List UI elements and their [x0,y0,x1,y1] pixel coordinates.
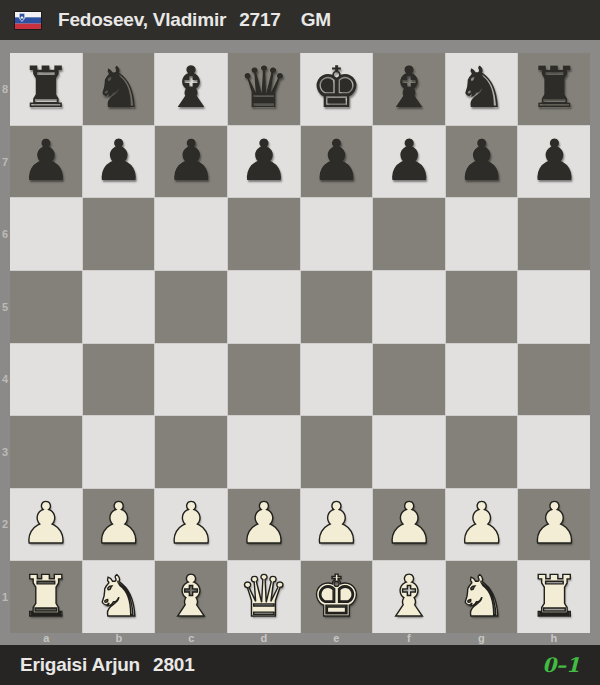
square-e7[interactable]: ♟ [301,126,373,198]
square-a2[interactable]: ♟ [10,489,82,561]
top-player-bar: Fedoseev, Vladimir 2717 GM [0,0,600,40]
file-label-f: f [373,633,446,645]
piece-black-pawn[interactable]: ♟ [456,132,507,189]
piece-white-pawn[interactable]: ♟ [93,495,144,552]
bottom-player-name: Erigaisi Arjun [20,654,140,676]
square-a8[interactable]: ♜ [10,53,82,125]
piece-white-pawn[interactable]: ♟ [311,495,362,552]
piece-white-knight[interactable]: ♞ [456,568,507,625]
square-g2[interactable]: ♟ [446,489,518,561]
square-f1[interactable]: ♝ [373,561,445,633]
square-g7[interactable]: ♟ [446,126,518,198]
file-label-c: c [155,633,228,645]
piece-white-bishop[interactable]: ♝ [166,568,217,625]
slovenia-flag-icon [14,11,42,30]
file-label-b: b [83,633,156,645]
rank-label-8: 8 [0,53,10,126]
chess-board-frame: 87654321 ♜♞♝♛♚♝♞♜♟♟♟♟♟♟♟♟♟♟♟♟♟♟♟♟♜♞♝♛♚♝♞… [0,40,600,645]
file-label-a: a [10,633,83,645]
square-e5[interactable] [301,271,373,343]
rank-labels: 87654321 [0,53,10,633]
square-d6[interactable] [228,198,300,270]
square-d3[interactable] [228,416,300,488]
square-b7[interactable]: ♟ [83,126,155,198]
piece-white-pawn[interactable]: ♟ [456,495,507,552]
piece-white-pawn[interactable]: ♟ [383,495,434,552]
square-b8[interactable]: ♞ [83,53,155,125]
piece-black-pawn[interactable]: ♟ [383,132,434,189]
rank-label-4: 4 [0,343,10,416]
square-b2[interactable]: ♟ [83,489,155,561]
square-f6[interactable] [373,198,445,270]
piece-white-rook[interactable]: ♜ [529,568,580,625]
piece-black-pawn[interactable]: ♟ [311,132,362,189]
piece-black-pawn[interactable]: ♟ [93,132,144,189]
square-a4[interactable] [10,344,82,416]
square-c1[interactable]: ♝ [155,561,227,633]
square-a3[interactable] [10,416,82,488]
square-g3[interactable] [446,416,518,488]
file-label-e: e [300,633,373,645]
bottom-player-rating: 2801 [153,654,194,676]
square-c6[interactable] [155,198,227,270]
piece-black-pawn[interactable]: ♟ [238,132,289,189]
piece-white-queen[interactable]: ♛ [238,568,289,625]
square-h5[interactable] [518,271,590,343]
square-b3[interactable] [83,416,155,488]
square-h4[interactable] [518,344,590,416]
square-e1[interactable]: ♚ [301,561,373,633]
square-f5[interactable] [373,271,445,343]
square-b5[interactable] [83,271,155,343]
piece-black-pawn[interactable]: ♟ [529,132,580,189]
square-b1[interactable]: ♞ [83,561,155,633]
piece-black-rook[interactable]: ♜ [529,59,580,116]
rank-label-2: 2 [0,488,10,561]
square-h8[interactable]: ♜ [518,53,590,125]
square-f2[interactable]: ♟ [373,489,445,561]
square-e2[interactable]: ♟ [301,489,373,561]
top-player-rating: 2717 [239,9,280,31]
piece-black-bishop[interactable]: ♝ [383,59,434,116]
square-b6[interactable] [83,198,155,270]
square-d7[interactable]: ♟ [228,126,300,198]
rank-label-7: 7 [0,126,10,199]
rank-label-3: 3 [0,416,10,489]
square-d2[interactable]: ♟ [228,489,300,561]
square-c4[interactable] [155,344,227,416]
file-labels: abcdefgh [10,633,590,645]
piece-black-knight[interactable]: ♞ [93,59,144,116]
top-player-name: Fedoseev, Vladimir [58,9,226,31]
file-label-h: h [518,633,591,645]
square-d5[interactable] [228,271,300,343]
square-e3[interactable] [301,416,373,488]
square-g4[interactable] [446,344,518,416]
piece-white-pawn[interactable]: ♟ [20,495,71,552]
square-e8[interactable]: ♚ [301,53,373,125]
square-e4[interactable] [301,344,373,416]
piece-white-bishop[interactable]: ♝ [383,568,434,625]
square-a5[interactable] [10,271,82,343]
square-c5[interactable] [155,271,227,343]
piece-white-king[interactable]: ♚ [311,568,362,625]
chess-board: ♜♞♝♛♚♝♞♜♟♟♟♟♟♟♟♟♟♟♟♟♟♟♟♟♜♞♝♛♚♝♞♜ [10,53,590,633]
square-g1[interactable]: ♞ [446,561,518,633]
square-f8[interactable]: ♝ [373,53,445,125]
piece-white-pawn[interactable]: ♟ [238,495,289,552]
square-a7[interactable]: ♟ [10,126,82,198]
square-a1[interactable]: ♜ [10,561,82,633]
piece-black-pawn[interactable]: ♟ [20,132,71,189]
square-d4[interactable] [228,344,300,416]
file-label-g: g [445,633,518,645]
square-g5[interactable] [446,271,518,343]
game-result: 0–1 [542,653,580,677]
square-f4[interactable] [373,344,445,416]
square-h7[interactable]: ♟ [518,126,590,198]
piece-black-bishop[interactable]: ♝ [166,59,217,116]
piece-white-rook[interactable]: ♜ [20,568,71,625]
square-d1[interactable]: ♛ [228,561,300,633]
piece-black-king[interactable]: ♚ [311,59,362,116]
square-h2[interactable]: ♟ [518,489,590,561]
square-d8[interactable]: ♛ [228,53,300,125]
square-h3[interactable] [518,416,590,488]
square-c2[interactable]: ♟ [155,489,227,561]
piece-black-knight[interactable]: ♞ [456,59,507,116]
rank-label-5: 5 [0,271,10,344]
rank-label-6: 6 [0,198,10,271]
square-a6[interactable] [10,198,82,270]
top-player-title: GM [301,9,331,31]
square-h1[interactable]: ♜ [518,561,590,633]
bottom-player-bar: Erigaisi Arjun 2801 0–1 [0,645,600,685]
square-f3[interactable] [373,416,445,488]
square-h6[interactable] [518,198,590,270]
piece-black-queen[interactable]: ♛ [238,59,289,116]
square-c8[interactable]: ♝ [155,53,227,125]
square-g8[interactable]: ♞ [446,53,518,125]
square-b4[interactable] [83,344,155,416]
square-c3[interactable] [155,416,227,488]
square-e6[interactable] [301,198,373,270]
rank-label-1: 1 [0,561,10,634]
piece-black-rook[interactable]: ♜ [20,59,71,116]
square-f7[interactable]: ♟ [373,126,445,198]
piece-black-pawn[interactable]: ♟ [166,132,217,189]
square-c7[interactable]: ♟ [155,126,227,198]
piece-white-knight[interactable]: ♞ [93,568,144,625]
square-g6[interactable] [446,198,518,270]
piece-white-pawn[interactable]: ♟ [166,495,217,552]
piece-white-pawn[interactable]: ♟ [529,495,580,552]
file-label-d: d [228,633,301,645]
